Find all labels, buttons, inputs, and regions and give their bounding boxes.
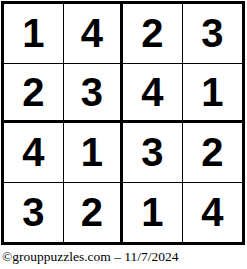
sudoku-cell-r3c1[interactable]: 4 [4,123,64,183]
sudoku-cell-r2c1[interactable]: 2 [4,64,64,124]
sudoku-cell-r3c3[interactable]: 3 [123,123,183,183]
sudoku-cell-r1c4[interactable]: 3 [183,4,243,64]
sudoku-board: 1 4 2 3 2 3 4 1 4 1 3 2 3 2 1 4 [1,1,245,245]
sudoku-cell-r4c1[interactable]: 3 [4,183,64,243]
sudoku-cell-r1c1[interactable]: 1 [4,4,64,64]
sudoku-cell-r2c3[interactable]: 4 [123,64,183,124]
sudoku-cell-r1c2[interactable]: 4 [64,4,124,64]
sudoku-cell-r2c2[interactable]: 3 [64,64,124,124]
sudoku-cell-r4c2[interactable]: 2 [64,183,124,243]
copyright-text: ©grouppuzzles.com – 11/7/2024 [2,249,245,265]
sudoku-cell-r1c3[interactable]: 2 [123,4,183,64]
sudoku-cell-r3c2[interactable]: 1 [64,123,124,183]
sudoku-cell-r4c3[interactable]: 1 [123,183,183,243]
sudoku-cell-r3c4[interactable]: 2 [183,123,243,183]
sudoku-cell-r4c4[interactable]: 4 [183,183,243,243]
sudoku-cell-r2c4[interactable]: 1 [183,64,243,124]
